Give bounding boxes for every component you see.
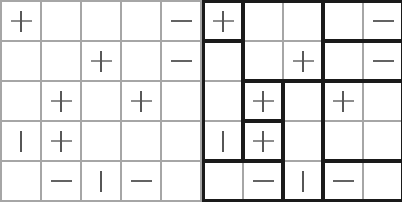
cell-r3c1[interactable] <box>42 122 82 162</box>
clue-stroke <box>171 20 192 22</box>
clue-stroke <box>100 51 102 72</box>
clue-stroke <box>171 60 192 62</box>
puzzle-board[interactable] <box>0 0 202 202</box>
cell-r0c2[interactable] <box>82 2 122 42</box>
cell-r3c3[interactable] <box>122 122 162 162</box>
cell-r3c0 <box>204 122 244 162</box>
cell-r1c0 <box>204 42 244 82</box>
clue-stroke <box>373 20 394 22</box>
cell-r0c3 <box>324 2 364 42</box>
cell-r3c0[interactable] <box>2 122 42 162</box>
clue-stroke <box>51 180 72 182</box>
cell-r1c3[interactable] <box>122 42 162 82</box>
cell-r4c1 <box>244 162 284 202</box>
clue-stroke <box>253 180 274 182</box>
cell-r3c4 <box>364 122 402 162</box>
cell-r4c1[interactable] <box>42 162 82 202</box>
cell-r4c3 <box>324 162 364 202</box>
cell-r4c2 <box>284 162 324 202</box>
cell-r1c4 <box>364 42 402 82</box>
cell-r4c0[interactable] <box>2 162 42 202</box>
clue-stroke <box>100 171 102 192</box>
clue-stroke <box>222 11 224 32</box>
cell-r2c0 <box>204 82 244 122</box>
cell-r3c3 <box>324 122 364 162</box>
clue-stroke <box>222 131 224 152</box>
cell-r4c0 <box>204 162 244 202</box>
cell-r3c1 <box>244 122 284 162</box>
cell-r0c3[interactable] <box>122 2 162 42</box>
clue-stroke <box>131 180 152 182</box>
cell-r0c1 <box>244 2 284 42</box>
clue-stroke <box>342 91 344 112</box>
cell-r2c3 <box>324 82 364 122</box>
clue-stroke <box>333 180 354 182</box>
cell-r0c4 <box>364 2 402 42</box>
cell-r2c4 <box>364 82 402 122</box>
clue-stroke <box>20 11 22 32</box>
cell-r1c0[interactable] <box>2 42 42 82</box>
clue-stroke <box>302 171 304 192</box>
cell-r2c1 <box>244 82 284 122</box>
cell-r2c4[interactable] <box>162 82 202 122</box>
cell-r4c4[interactable] <box>162 162 202 202</box>
cell-r0c2 <box>284 2 324 42</box>
clue-stroke <box>60 91 62 112</box>
cell-r0c0 <box>204 2 244 42</box>
cell-r1c2 <box>284 42 324 82</box>
clue-stroke <box>262 91 264 112</box>
cell-r4c4 <box>364 162 402 202</box>
cell-r2c0[interactable] <box>2 82 42 122</box>
cell-r1c4[interactable] <box>162 42 202 82</box>
clue-stroke <box>20 131 22 152</box>
cell-r4c3[interactable] <box>122 162 162 202</box>
cell-r2c1[interactable] <box>42 82 82 122</box>
clue-stroke <box>373 60 394 62</box>
solution-board <box>202 0 402 202</box>
cell-r3c2[interactable] <box>82 122 122 162</box>
cell-r1c1[interactable] <box>42 42 82 82</box>
clue-stroke <box>302 51 304 72</box>
cell-r3c2 <box>284 122 324 162</box>
cell-r4c2[interactable] <box>82 162 122 202</box>
cell-r2c3[interactable] <box>122 82 162 122</box>
clue-stroke <box>262 131 264 152</box>
cell-r2c2 <box>284 82 324 122</box>
clue-stroke <box>60 131 62 152</box>
cell-r3c4[interactable] <box>162 122 202 162</box>
cell-r1c2[interactable] <box>82 42 122 82</box>
cell-r0c0[interactable] <box>2 2 42 42</box>
cell-r0c4[interactable] <box>162 2 202 42</box>
clue-stroke <box>140 91 142 112</box>
cell-r1c1 <box>244 42 284 82</box>
cell-r1c3 <box>324 42 364 82</box>
cell-r2c2[interactable] <box>82 82 122 122</box>
cell-r0c1[interactable] <box>42 2 82 42</box>
